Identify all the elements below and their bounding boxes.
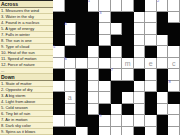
grid-cell[interactable]: [157, 92, 169, 104]
grid-cell[interactable]: [88, 92, 100, 104]
grid-cell[interactable]: [145, 115, 157, 127]
grid-cell[interactable]: [99, 58, 111, 70]
grid-cell[interactable]: [111, 0, 123, 12]
grid-cell[interactable]: [134, 115, 146, 127]
grid-cell[interactable]: [88, 81, 100, 93]
block-cell: [53, 127, 65, 136]
grid-cell[interactable]: [99, 35, 111, 47]
grid-cell[interactable]: [134, 92, 146, 104]
block-cell: [134, 69, 146, 81]
grid-cell[interactable]: c: [168, 58, 180, 70]
block-cell: [122, 35, 134, 47]
grid-cell[interactable]: [168, 127, 180, 136]
down-header: Down: [0, 74, 53, 81]
grid-cell[interactable]: [134, 104, 146, 116]
grid-cell[interactable]: [111, 23, 123, 35]
grid-cell[interactable]: [122, 115, 134, 127]
block-cell: [88, 35, 100, 47]
block-cell: [88, 23, 100, 35]
cell-letter: a: [65, 93, 76, 103]
block-cell: [76, 104, 88, 116]
grid-cell[interactable]: a: [65, 92, 77, 104]
grid-cell[interactable]: [145, 81, 157, 93]
block-cell: [53, 104, 65, 116]
grid-cell[interactable]: [53, 58, 65, 70]
grid-cell[interactable]: [88, 104, 100, 116]
grid-cell[interactable]: e: [145, 58, 157, 70]
grid-cell[interactable]: [88, 69, 100, 81]
grid-cell[interactable]: [76, 127, 88, 136]
block-cell: [157, 23, 169, 35]
block-cell: [122, 12, 134, 24]
grid-cell[interactable]: [145, 0, 157, 12]
block-cell: [157, 127, 169, 136]
grid-cell[interactable]: 6: [65, 58, 77, 70]
grid-cell[interactable]: [134, 81, 146, 93]
block-cell: [157, 69, 169, 81]
grid-cell[interactable]: [145, 23, 157, 35]
grid-cell[interactable]: [111, 127, 123, 136]
grid-cell[interactable]: [157, 35, 169, 47]
block-cell: [88, 127, 100, 136]
grid-cell[interactable]: [145, 12, 157, 24]
cell-number: 3: [99, 11, 101, 15]
cell-number: 6: [65, 57, 67, 61]
grid-cell[interactable]: [134, 23, 146, 35]
grid-cell[interactable]: [88, 58, 100, 70]
grid-cell[interactable]: [65, 81, 77, 93]
block-cell: [122, 46, 134, 58]
grid-cell[interactable]: [111, 115, 123, 127]
grid-cell[interactable]: [134, 12, 146, 24]
grid-cell[interactable]: [99, 23, 111, 35]
cell-letter: e: [145, 59, 156, 69]
block-cell: [76, 12, 88, 24]
block-cell: [134, 0, 146, 12]
grid-cell[interactable]: [122, 92, 134, 104]
cell-number: 7: [111, 68, 113, 72]
grid-cell[interactable]: 4: [65, 23, 77, 35]
block-cell: [76, 23, 88, 35]
grid-cell[interactable]: [168, 46, 180, 58]
block-cell: [88, 115, 100, 127]
block-cell: [111, 92, 123, 104]
grid-cell[interactable]: [134, 58, 146, 70]
grid-cell[interactable]: 9: [99, 115, 111, 127]
block-cell: [99, 46, 111, 58]
block-cell: [88, 12, 100, 24]
grid-cell[interactable]: [53, 0, 65, 12]
block-cell: [157, 12, 169, 24]
crossword-grid: 123456mec78a9: [53, 0, 180, 135]
cell-number: 5: [53, 45, 55, 49]
block-cell: [53, 69, 65, 81]
block-cell: [111, 12, 123, 24]
block-cell: [76, 92, 88, 104]
grid-cell[interactable]: [145, 35, 157, 47]
grid-cell[interactable]: [99, 127, 111, 136]
block-cell: [168, 23, 180, 35]
block-cell: [65, 0, 77, 12]
across-clue-list: 1. Measures the wind3. Water in the sky4…: [0, 8, 53, 74]
grid-cell[interactable]: [111, 104, 123, 116]
grid-cell[interactable]: 3: [99, 12, 111, 24]
block-cell: [76, 35, 88, 47]
grid-cell[interactable]: 7: [111, 69, 123, 81]
grid-cell[interactable]: [65, 35, 77, 47]
block-cell: [134, 127, 146, 136]
grid-cell[interactable]: [122, 69, 134, 81]
cell-number: 4: [65, 22, 67, 26]
block-cell: [53, 23, 65, 35]
block-cell: [157, 81, 169, 93]
block-cell: [76, 0, 88, 12]
block-cell: [76, 115, 88, 127]
grid-cell[interactable]: [65, 104, 77, 116]
block-cell: [122, 81, 134, 93]
grid-cell[interactable]: [168, 104, 180, 116]
grid-cell[interactable]: [65, 69, 77, 81]
grid-cell[interactable]: [122, 0, 134, 12]
block-cell: [76, 81, 88, 93]
block-cell: [65, 127, 77, 136]
grid-cell[interactable]: 8: [168, 81, 180, 93]
grid-cell[interactable]: [168, 12, 180, 24]
clue-panel: Across 1. Measures the wind3. Water in t…: [0, 0, 53, 135]
block-cell: [76, 46, 88, 58]
grid-cell[interactable]: [145, 127, 157, 136]
grid-cell[interactable]: 1: [88, 0, 100, 12]
grid-cell[interactable]: [88, 46, 100, 58]
grid-cell[interactable]: [99, 92, 111, 104]
block-cell: [145, 46, 157, 58]
block-cell: [157, 115, 169, 127]
block-cell: [122, 104, 134, 116]
block-cell: [145, 104, 157, 116]
grid-cell[interactable]: [134, 46, 146, 58]
grid-cell[interactable]: [168, 115, 180, 127]
across-header: Across: [0, 1, 53, 8]
grid-cell[interactable]: [65, 115, 77, 127]
cell-number: 2: [157, 0, 159, 3]
grid-cell[interactable]: [122, 127, 134, 136]
block-cell: [168, 92, 180, 104]
block-cell: [122, 23, 134, 35]
grid-cell[interactable]: 5: [53, 46, 65, 58]
block-cell: [111, 35, 123, 47]
grid-cell[interactable]: [53, 115, 65, 127]
cell-number: 8: [168, 80, 170, 84]
grid-cell[interactable]: [53, 81, 65, 93]
block-cell: [53, 12, 65, 24]
grid-cell[interactable]: [134, 35, 146, 47]
cell-letter: c: [168, 59, 179, 69]
block-cell: [111, 81, 123, 93]
grid-cell[interactable]: 2: [157, 0, 169, 12]
grid-cell[interactable]: [76, 58, 88, 70]
cell-number: 9: [99, 114, 101, 118]
block-cell: [99, 69, 111, 81]
cell-letter: m: [122, 59, 133, 69]
grid-cell[interactable]: [99, 81, 111, 93]
grid-cell[interactable]: [111, 46, 123, 58]
grid-cell[interactable]: [157, 104, 169, 116]
block-cell: [168, 35, 180, 47]
cell-number: 1: [88, 0, 90, 3]
block-cell: [145, 92, 157, 104]
grid-cell[interactable]: [157, 58, 169, 70]
block-cell: [53, 92, 65, 104]
grid-cell[interactable]: [168, 0, 180, 12]
grid-cell[interactable]: [145, 69, 157, 81]
grid-cell[interactable]: m: [122, 58, 134, 70]
block-cell: [76, 69, 88, 81]
down-clue-list: 1. State of matter2. Opposite of dry3. A…: [0, 81, 53, 135]
grid-cell[interactable]: [157, 46, 169, 58]
